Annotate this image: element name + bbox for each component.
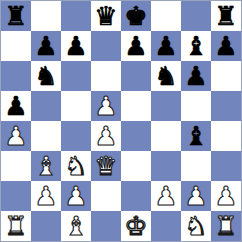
black-pawn[interactable]: ♟ bbox=[124, 31, 147, 61]
black-pawn[interactable]: ♟ bbox=[214, 31, 237, 61]
square-b5[interactable] bbox=[31, 91, 61, 121]
square-f7[interactable]: ♟ bbox=[151, 31, 181, 61]
square-d7[interactable] bbox=[91, 31, 121, 61]
square-b3[interactable]: ♝ bbox=[31, 151, 61, 181]
square-h2[interactable]: ♟ bbox=[211, 181, 241, 211]
square-b7[interactable]: ♟ bbox=[31, 31, 61, 61]
square-c7[interactable]: ♟ bbox=[61, 31, 91, 61]
square-a3[interactable] bbox=[1, 151, 31, 181]
square-g2[interactable]: ♟ bbox=[181, 181, 211, 211]
white-pawn[interactable]: ♟ bbox=[34, 181, 57, 211]
white-king[interactable]: ♚ bbox=[124, 211, 147, 241]
square-c3[interactable]: ♞ bbox=[61, 151, 91, 181]
square-c4[interactable] bbox=[61, 121, 91, 151]
white-rook[interactable]: ♜ bbox=[4, 211, 27, 241]
square-a1[interactable]: ♜ bbox=[1, 211, 31, 241]
white-pawn[interactable]: ♟ bbox=[4, 121, 27, 151]
square-h7[interactable]: ♟ bbox=[211, 31, 241, 61]
square-d2[interactable] bbox=[91, 181, 121, 211]
white-pawn[interactable]: ♟ bbox=[64, 181, 87, 211]
square-g7[interactable]: ♝ bbox=[181, 31, 211, 61]
white-pawn[interactable]: ♟ bbox=[184, 181, 207, 211]
square-h4[interactable] bbox=[211, 121, 241, 151]
square-f6[interactable]: ♞ bbox=[151, 61, 181, 91]
black-bishop[interactable]: ♝ bbox=[184, 121, 207, 151]
square-g8[interactable] bbox=[181, 1, 211, 31]
white-knight[interactable]: ♞ bbox=[64, 151, 87, 181]
square-d8[interactable]: ♛ bbox=[91, 1, 121, 31]
square-e7[interactable]: ♟ bbox=[121, 31, 151, 61]
square-h5[interactable] bbox=[211, 91, 241, 121]
black-king[interactable]: ♚ bbox=[124, 1, 147, 31]
square-b8[interactable] bbox=[31, 1, 61, 31]
square-c2[interactable]: ♟ bbox=[61, 181, 91, 211]
white-pawn[interactable]: ♟ bbox=[94, 121, 117, 151]
white-bishop[interactable]: ♝ bbox=[64, 211, 87, 241]
square-d5[interactable]: ♟ bbox=[91, 91, 121, 121]
square-f1[interactable] bbox=[151, 211, 181, 241]
black-pawn[interactable]: ♟ bbox=[184, 61, 207, 91]
square-b6[interactable]: ♞ bbox=[31, 61, 61, 91]
square-g5[interactable] bbox=[181, 91, 211, 121]
square-e5[interactable] bbox=[121, 91, 151, 121]
white-pawn[interactable]: ♟ bbox=[214, 181, 237, 211]
square-e1[interactable]: ♚ bbox=[121, 211, 151, 241]
white-rook[interactable]: ♜ bbox=[214, 211, 237, 241]
square-e6[interactable] bbox=[121, 61, 151, 91]
square-e8[interactable]: ♚ bbox=[121, 1, 151, 31]
black-knight[interactable]: ♞ bbox=[154, 61, 177, 91]
black-pawn[interactable]: ♟ bbox=[4, 91, 27, 121]
black-queen[interactable]: ♛ bbox=[94, 1, 117, 31]
square-e4[interactable] bbox=[121, 121, 151, 151]
square-g1[interactable]: ♞ bbox=[181, 211, 211, 241]
black-knight[interactable]: ♞ bbox=[34, 61, 57, 91]
square-c8[interactable] bbox=[61, 1, 91, 31]
square-g4[interactable]: ♝ bbox=[181, 121, 211, 151]
white-pawn[interactable]: ♟ bbox=[154, 181, 177, 211]
square-b2[interactable]: ♟ bbox=[31, 181, 61, 211]
white-pawn[interactable]: ♟ bbox=[94, 91, 117, 121]
square-c1[interactable]: ♝ bbox=[61, 211, 91, 241]
black-pawn[interactable]: ♟ bbox=[154, 31, 177, 61]
square-g6[interactable]: ♟ bbox=[181, 61, 211, 91]
white-knight[interactable]: ♞ bbox=[184, 211, 207, 241]
square-f2[interactable]: ♟ bbox=[151, 181, 181, 211]
square-d6[interactable] bbox=[91, 61, 121, 91]
square-b1[interactable] bbox=[31, 211, 61, 241]
square-c5[interactable] bbox=[61, 91, 91, 121]
black-rook[interactable]: ♜ bbox=[214, 1, 237, 31]
square-f3[interactable] bbox=[151, 151, 181, 181]
white-queen[interactable]: ♛ bbox=[94, 151, 117, 181]
square-g3[interactable] bbox=[181, 151, 211, 181]
square-e3[interactable] bbox=[121, 151, 151, 181]
square-h8[interactable]: ♜ bbox=[211, 1, 241, 31]
square-d3[interactable]: ♛ bbox=[91, 151, 121, 181]
black-pawn[interactable]: ♟ bbox=[64, 31, 87, 61]
square-a5[interactable]: ♟ bbox=[1, 91, 31, 121]
square-a2[interactable] bbox=[1, 181, 31, 211]
white-bishop[interactable]: ♝ bbox=[34, 151, 57, 181]
square-f8[interactable] bbox=[151, 1, 181, 31]
square-h1[interactable]: ♜ bbox=[211, 211, 241, 241]
chess-board: ♜♛♚♜♟♟♟♟♝♟♞♞♟♟♟♟♟♝♝♞♛♟♟♟♟♟♜♝♚♞♜ bbox=[0, 0, 242, 242]
square-b4[interactable] bbox=[31, 121, 61, 151]
square-h6[interactable] bbox=[211, 61, 241, 91]
square-a6[interactable] bbox=[1, 61, 31, 91]
square-a7[interactable] bbox=[1, 31, 31, 61]
square-d4[interactable]: ♟ bbox=[91, 121, 121, 151]
square-h3[interactable] bbox=[211, 151, 241, 181]
square-e2[interactable] bbox=[121, 181, 151, 211]
square-f5[interactable] bbox=[151, 91, 181, 121]
black-pawn[interactable]: ♟ bbox=[34, 31, 57, 61]
square-c6[interactable] bbox=[61, 61, 91, 91]
black-bishop[interactable]: ♝ bbox=[184, 31, 207, 61]
square-f4[interactable] bbox=[151, 121, 181, 151]
square-a8[interactable]: ♜ bbox=[1, 1, 31, 31]
square-a4[interactable]: ♟ bbox=[1, 121, 31, 151]
square-d1[interactable] bbox=[91, 211, 121, 241]
black-rook[interactable]: ♜ bbox=[4, 1, 27, 31]
